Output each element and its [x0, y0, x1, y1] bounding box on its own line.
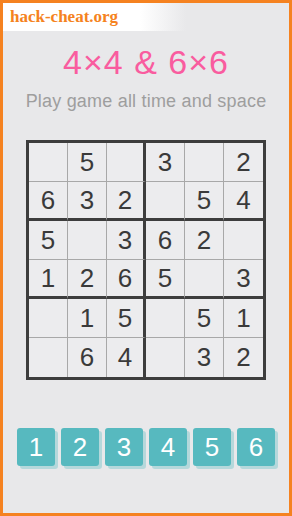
sudoku-cell-r2c3[interactable]: 2	[107, 182, 146, 221]
page-title: 4×4 & 6×6	[3, 43, 289, 82]
sudoku-cell-r3c3[interactable]: 3	[107, 221, 146, 260]
sudoku-cell-r5c2[interactable]: 1	[68, 299, 107, 338]
numpad-button-4[interactable]: 4	[149, 428, 187, 466]
sudoku-cell-r6c3[interactable]: 4	[107, 338, 146, 377]
watermark-text: hack-cheat.org	[3, 7, 118, 27]
sudoku-cell-r2c4[interactable]	[146, 182, 185, 221]
sudoku-cell-r6c5[interactable]: 3	[185, 338, 224, 377]
sudoku-cell-r1c6[interactable]: 2	[224, 143, 263, 182]
sudoku-cell-r3c4[interactable]: 6	[146, 221, 185, 260]
sudoku-cell-r1c4[interactable]: 3	[146, 143, 185, 182]
sudoku-cell-r4c1[interactable]: 1	[29, 260, 68, 299]
sudoku-cell-r2c6[interactable]: 4	[224, 182, 263, 221]
numpad-button-5[interactable]: 5	[193, 428, 231, 466]
sudoku-cell-r2c1[interactable]: 6	[29, 182, 68, 221]
sudoku-cell-r4c3[interactable]: 6	[107, 260, 146, 299]
sudoku-cell-r4c4[interactable]: 5	[146, 260, 185, 299]
numpad-button-3[interactable]: 3	[105, 428, 143, 466]
sudoku-cell-r1c5[interactable]	[185, 143, 224, 182]
sudoku-cell-r5c4[interactable]	[146, 299, 185, 338]
sudoku-cell-r4c2[interactable]: 2	[68, 260, 107, 299]
sudoku-cell-r1c1[interactable]	[29, 143, 68, 182]
sudoku-cell-r6c2[interactable]: 6	[68, 338, 107, 377]
sudoku-cell-r5c3[interactable]: 5	[107, 299, 146, 338]
app-screen: hack-cheat.org 4×4 & 6×6 Play game all t…	[0, 0, 292, 516]
sudoku-cell-r5c5[interactable]: 5	[185, 299, 224, 338]
number-pad: 123456	[3, 428, 289, 466]
sudoku-cell-r6c1[interactable]	[29, 338, 68, 377]
numpad-button-2[interactable]: 2	[61, 428, 99, 466]
sudoku-cell-r3c1[interactable]: 5	[29, 221, 68, 260]
sudoku-board: 5326325453621265315516432	[26, 140, 266, 380]
sudoku-cell-r3c5[interactable]: 2	[185, 221, 224, 260]
numpad-button-6[interactable]: 6	[237, 428, 275, 466]
sudoku-cell-r4c6[interactable]: 3	[224, 260, 263, 299]
numpad-button-1[interactable]: 1	[17, 428, 55, 466]
page-subtitle: Play game all time and space	[3, 91, 289, 112]
sudoku-cell-r6c4[interactable]	[146, 338, 185, 377]
sudoku-cell-r2c5[interactable]: 5	[185, 182, 224, 221]
sudoku-cell-r5c1[interactable]	[29, 299, 68, 338]
sudoku-cell-r1c3[interactable]	[107, 143, 146, 182]
sudoku-cell-r6c6[interactable]: 2	[224, 338, 263, 377]
watermark-banner: hack-cheat.org	[3, 3, 289, 31]
sudoku-cell-r3c2[interactable]	[68, 221, 107, 260]
sudoku-cell-r2c2[interactable]: 3	[68, 182, 107, 221]
sudoku-cell-r1c2[interactable]: 5	[68, 143, 107, 182]
sudoku-cell-r5c6[interactable]: 1	[224, 299, 263, 338]
sudoku-cell-r3c6[interactable]	[224, 221, 263, 260]
sudoku-cell-r4c5[interactable]	[185, 260, 224, 299]
